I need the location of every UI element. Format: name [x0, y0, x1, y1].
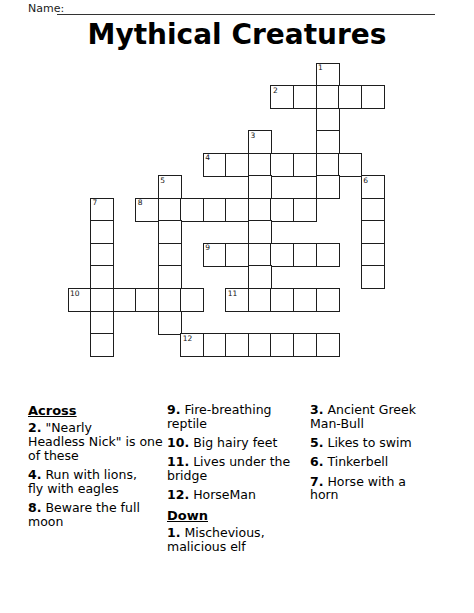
cell-number-8: 8 [138, 199, 143, 207]
clue-12-number: 12. [167, 487, 189, 502]
clue-9: 9. Fire-breathing reptile [167, 403, 312, 431]
cell-number-11: 11 [228, 290, 238, 298]
grid-cell-12-5[interactable]: 12 [180, 333, 204, 357]
clue-8-text: Beware the full moon [28, 500, 140, 529]
grid-cell-6-6[interactable] [203, 198, 227, 222]
clue-5: 5. Likes to swim [310, 436, 465, 450]
clue-12: 12. HorseMan [167, 488, 312, 502]
clue-3: 3. Ancient Greek Man-Bull [310, 403, 465, 431]
grid-cell-1-11[interactable] [316, 85, 340, 109]
clue-1-number: 1. [167, 525, 180, 540]
grid-cell-12-10[interactable] [293, 333, 317, 357]
cell-number-1: 1 [318, 64, 323, 72]
clue-3-number: 3. [310, 402, 323, 417]
grid-cell-10-0[interactable]: 10 [68, 288, 92, 312]
clue-2-number: 2. [28, 420, 41, 435]
grid-cell-12-8[interactable] [248, 333, 272, 357]
grid-cell-10-2[interactable] [113, 288, 137, 312]
cell-number-2: 2 [273, 87, 278, 95]
grid-cell-12-9[interactable] [270, 333, 294, 357]
grid-cell-6-10[interactable] [293, 198, 317, 222]
clue-9-number: 9. [167, 402, 180, 417]
grid-cell-2-11[interactable] [316, 108, 340, 132]
grid-cell-6-13[interactable] [361, 198, 385, 222]
grid-cell-10-1[interactable] [90, 288, 114, 312]
grid-cell-4-6[interactable]: 4 [203, 153, 227, 177]
grid-cell-12-6[interactable] [203, 333, 227, 357]
grid-cell-4-12[interactable] [338, 153, 362, 177]
grid-cell-4-11[interactable] [316, 153, 340, 177]
grid-cell-8-6[interactable]: 9 [203, 243, 227, 267]
grid-cell-1-12[interactable] [338, 85, 362, 109]
grid-cell-1-9[interactable]: 2 [270, 85, 294, 109]
grid-cell-4-7[interactable] [225, 153, 249, 177]
clue-2: 2. "Nearly Headless Nick" is one of thes… [28, 421, 165, 462]
cell-number-9: 9 [205, 244, 210, 252]
grid-cell-6-5[interactable] [180, 198, 204, 222]
grid-cell-3-11[interactable] [316, 130, 340, 154]
clue-7-number: 7. [310, 474, 323, 489]
grid-cell-4-8[interactable] [248, 153, 272, 177]
clue-4-text: Run with lions, fly with eagles [28, 467, 137, 496]
grid-cell-7-13[interactable] [361, 220, 385, 244]
clue-11: 11. Lives under the bridge [167, 455, 312, 483]
grid-cell-12-7[interactable] [225, 333, 249, 357]
grid-cell-10-8[interactable] [248, 288, 272, 312]
name-input-line[interactable] [57, 0, 435, 15]
grid-cell-8-4[interactable] [158, 243, 182, 267]
grid-cell-10-11[interactable] [316, 288, 340, 312]
grid-cell-8-7[interactable] [225, 243, 249, 267]
clue-12-text: HorseMan [189, 487, 256, 502]
clue-2-text: "Nearly Headless Nick" is one of these [28, 420, 163, 463]
clue-1-text: Mischevious, malicious elf [167, 525, 265, 554]
grid-cell-9-13[interactable] [361, 265, 385, 289]
cell-number-12: 12 [183, 335, 193, 343]
crossword-grid: 123456789101112 [68, 63, 384, 357]
cell-number-4: 4 [205, 154, 210, 162]
clue-4-number: 4. [28, 467, 41, 482]
grid-cell-6-9[interactable] [270, 198, 294, 222]
clue-10-text: Big hairy feet [189, 435, 277, 450]
grid-cell-9-4[interactable] [158, 265, 182, 289]
clue-7-text: Horse with a horn [310, 474, 406, 503]
grid-cell-9-1[interactable] [90, 265, 114, 289]
grid-cell-8-9[interactable] [270, 243, 294, 267]
page-title: Mythical Creatures [0, 18, 474, 51]
clue-5-text: Likes to swim [323, 435, 411, 450]
clue-6-text: Tinkerbell [323, 454, 388, 469]
clue-11-number: 11. [167, 454, 189, 469]
cell-number-10: 10 [70, 290, 80, 298]
grid-cell-0-11[interactable]: 1 [316, 63, 340, 87]
grid-cell-5-13[interactable]: 6 [361, 175, 385, 199]
grid-cell-12-1[interactable] [90, 333, 114, 357]
grid-cell-4-9[interactable] [270, 153, 294, 177]
grid-cell-10-9[interactable] [270, 288, 294, 312]
grid-cell-8-13[interactable] [361, 243, 385, 267]
grid-cell-10-7[interactable]: 11 [225, 288, 249, 312]
grid-cell-7-1[interactable] [90, 220, 114, 244]
grid-cell-10-4[interactable] [158, 288, 182, 312]
grid-cell-8-10[interactable] [293, 243, 317, 267]
grid-cell-8-8[interactable] [248, 243, 272, 267]
clue-column-2: 9. Fire-breathing reptile10. Big hairy f… [167, 403, 312, 559]
grid-cell-11-4[interactable] [158, 311, 182, 335]
cell-number-7: 7 [93, 199, 98, 207]
grid-cell-8-1[interactable] [90, 243, 114, 267]
clue-10: 10. Big hairy feet [167, 436, 312, 450]
grid-cell-6-8[interactable] [248, 198, 272, 222]
clue-7: 7. Horse with a horn [310, 475, 465, 503]
grid-cell-12-11[interactable] [316, 333, 340, 357]
clue-6-number: 6. [310, 454, 323, 469]
grid-cell-5-8[interactable] [248, 175, 272, 199]
cell-number-3: 3 [250, 132, 255, 140]
grid-cell-6-7[interactable] [225, 198, 249, 222]
grid-cell-7-8[interactable] [248, 220, 272, 244]
grid-cell-5-4[interactable]: 5 [158, 175, 182, 199]
grid-cell-7-4[interactable] [158, 220, 182, 244]
grid-cell-5-11[interactable] [316, 175, 340, 199]
clue-4: 4. Run with lions, fly with eagles [28, 468, 165, 496]
clue-8: 8. Beware the full moon [28, 501, 165, 529]
clue-5-number: 5. [310, 435, 323, 450]
grid-cell-10-10[interactable] [293, 288, 317, 312]
clue-9-text: Fire-breathing reptile [167, 402, 272, 431]
grid-cell-9-8[interactable] [248, 265, 272, 289]
clue-1: 1. Mischevious, malicious elf [167, 526, 312, 554]
grid-cell-6-4[interactable] [158, 198, 182, 222]
grid-cell-1-10[interactable] [293, 85, 317, 109]
clues-heading-across: Across [28, 403, 165, 418]
grid-cell-8-11[interactable] [316, 243, 340, 267]
grid-cell-10-3[interactable] [135, 288, 159, 312]
grid-cell-6-1[interactable]: 7 [90, 198, 114, 222]
clue-3-text: Ancient Greek Man-Bull [310, 402, 416, 431]
clues-heading-down: Down [167, 508, 312, 523]
grid-cell-6-3[interactable]: 8 [135, 198, 159, 222]
clue-10-number: 10. [167, 435, 189, 450]
clue-6: 6. Tinkerbell [310, 455, 465, 469]
clue-column-3: 3. Ancient Greek Man-Bull5. Likes to swi… [310, 403, 465, 508]
grid-cell-1-13[interactable] [361, 85, 385, 109]
cell-number-5: 5 [160, 177, 165, 185]
worksheet-page: Name: Mythical Creatures 123456789101112… [0, 0, 474, 613]
grid-cell-3-8[interactable]: 3 [248, 130, 272, 154]
grid-cell-11-1[interactable] [90, 311, 114, 335]
grid-cell-4-10[interactable] [293, 153, 317, 177]
grid-cell-10-5[interactable] [180, 288, 204, 312]
clue-8-number: 8. [28, 500, 41, 515]
clue-column-1: Across2. "Nearly Headless Nick" is one o… [28, 403, 165, 534]
cell-number-6: 6 [363, 177, 368, 185]
